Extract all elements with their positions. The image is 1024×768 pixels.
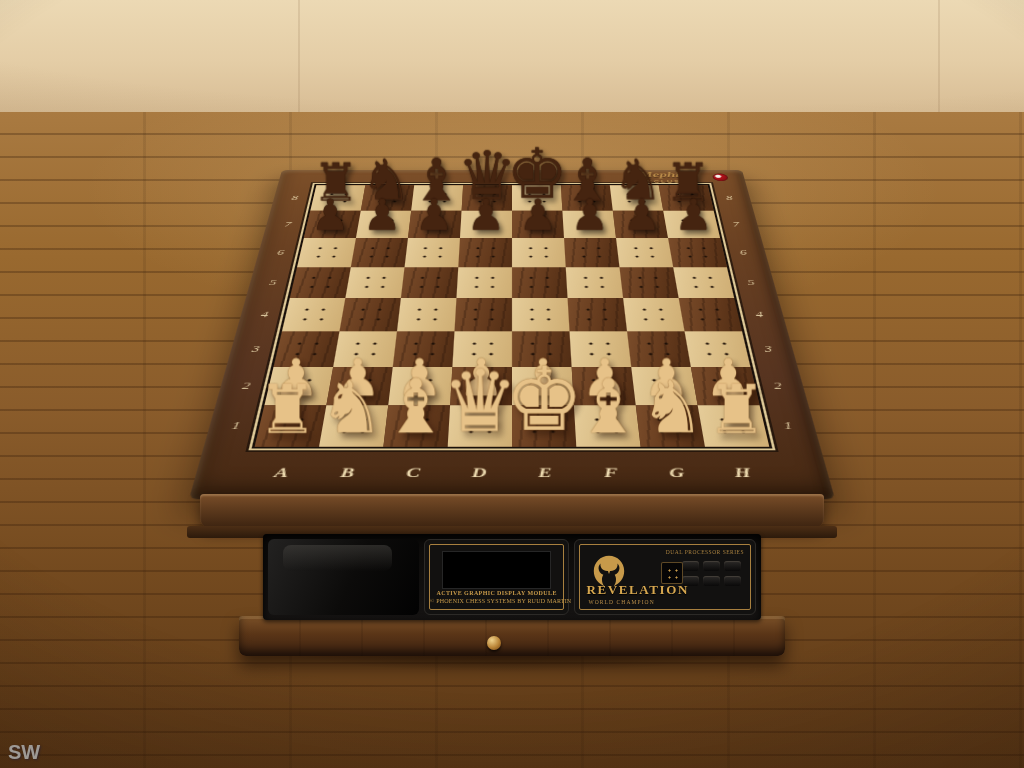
file-label-f: F (577, 454, 646, 492)
square-g6[interactable] (616, 238, 673, 267)
square-c4[interactable] (397, 298, 456, 331)
red-emblem-badge (712, 174, 729, 182)
piece-black-pawn-e7[interactable]: ♟ (519, 193, 558, 236)
square-a4[interactable] (282, 298, 345, 331)
piece-black-pawn-c7[interactable]: ♟ (415, 193, 454, 236)
square-d7[interactable]: ♟ (460, 211, 512, 238)
storage-compartment (268, 539, 419, 615)
console-button-3[interactable] (724, 561, 741, 571)
plaster-wall (0, 0, 1024, 112)
piece-white-king-e1[interactable]: ♚ (505, 356, 584, 444)
piece-white-knight-g1[interactable]: ♞ (640, 372, 705, 444)
rank-label-5: 5 (255, 267, 290, 298)
square-g4[interactable] (623, 298, 684, 331)
mini-led-display (661, 562, 683, 584)
square-g7[interactable]: ♟ (613, 211, 668, 238)
rank-label-6: 6 (727, 238, 761, 267)
square-e4[interactable] (512, 298, 570, 331)
console-button-2[interactable] (703, 561, 720, 571)
console-buttons (661, 560, 744, 586)
file-label-a: A (244, 454, 318, 492)
square-f6[interactable] (564, 238, 619, 267)
rank-label-4: 4 (246, 298, 283, 331)
file-label-b: B (311, 454, 382, 492)
square-a1[interactable]: ♜ (255, 405, 327, 446)
console-recess: ACTIVE GRAPHIC DISPLAY MODULE © PHOENIX … (263, 534, 761, 620)
revelation-subtitle: WORLD CHAMPION (588, 599, 654, 605)
rank-label-4: 4 (741, 298, 778, 331)
photographer-watermark: SW (8, 741, 40, 764)
square-f4[interactable] (568, 298, 627, 331)
square-h1[interactable]: ♜ (698, 405, 770, 446)
piece-black-pawn-h7[interactable]: ♟ (674, 193, 713, 236)
square-h6[interactable] (668, 238, 727, 267)
piece-white-rook-a1[interactable]: ♜ (257, 377, 317, 444)
square-f7[interactable]: ♟ (562, 211, 616, 238)
file-labels: ABCDEFGH (244, 454, 780, 492)
display-module-title: ACTIVE GRAPHIC DISPLAY MODULE (430, 590, 564, 596)
square-d6[interactable] (458, 238, 512, 267)
console-button-1[interactable] (682, 561, 699, 571)
square-f1[interactable]: ♝ (574, 405, 641, 446)
console-button-6[interactable] (724, 576, 741, 586)
file-label-h: H (706, 454, 780, 492)
piece-black-pawn-b7[interactable]: ♟ (363, 193, 402, 236)
lcd-screen (442, 551, 552, 589)
square-e1[interactable]: ♚ (512, 405, 576, 446)
file-label-d: D (445, 454, 512, 492)
display-module-plate: ACTIVE GRAPHIC DISPLAY MODULE © PHOENIX … (429, 544, 565, 610)
revelation-module: REVELATION WORLD CHAMPION DUAL PROCESSOR… (574, 539, 756, 615)
console-button-4[interactable] (682, 576, 699, 586)
square-b4[interactable] (339, 298, 400, 331)
piece-white-bishop-c1[interactable]: ♝ (382, 369, 449, 444)
rank-label-8: 8 (279, 185, 310, 211)
rank-label-1: 1 (767, 405, 809, 446)
rank-label-1: 1 (215, 405, 257, 446)
display-module: ACTIVE GRAPHIC DISPLAY MODULE © PHOENIX … (424, 539, 570, 615)
square-d5[interactable] (456, 267, 512, 298)
square-a6[interactable] (297, 238, 356, 267)
square-b7[interactable]: ♟ (356, 211, 411, 238)
square-b1[interactable]: ♞ (319, 405, 388, 446)
display-module-copyright: © PHOENIX CHESS SYSTEMS BY RUUD MARTIN (430, 598, 564, 604)
square-a7[interactable]: ♟ (304, 211, 361, 238)
board-frame: 87654321 87654321 ABCDEFGH Mephisto EXCL… (189, 170, 835, 499)
revelation-plate: REVELATION WORLD CHAMPION DUAL PROCESSOR… (579, 544, 751, 610)
drawer-front (239, 616, 785, 656)
square-b6[interactable] (351, 238, 408, 267)
square-c1[interactable]: ♝ (383, 405, 450, 446)
square-d4[interactable] (454, 298, 512, 331)
piece-white-rook-h1[interactable]: ♜ (707, 377, 767, 444)
square-h7[interactable]: ♟ (663, 211, 720, 238)
piece-white-knight-b1[interactable]: ♞ (319, 372, 384, 444)
file-label-g: G (641, 454, 712, 492)
square-a5[interactable] (290, 267, 351, 298)
board-front-edge (200, 494, 824, 528)
square-h4[interactable] (679, 298, 742, 331)
square-g1[interactable]: ♞ (636, 405, 705, 446)
square-c5[interactable] (401, 267, 458, 298)
square-e7[interactable]: ♟ (512, 211, 564, 238)
piece-white-bishop-f1[interactable]: ♝ (575, 369, 642, 444)
piece-black-pawn-g7[interactable]: ♟ (622, 193, 661, 236)
rank-label-8: 8 (714, 185, 745, 211)
rank-label-5: 5 (734, 267, 769, 298)
revelation-tagline: DUAL PROCESSOR SERIES (666, 549, 744, 555)
drawer-knob[interactable] (487, 636, 501, 650)
rank-label-3: 3 (749, 331, 787, 367)
square-e6[interactable] (512, 238, 566, 267)
square-g5[interactable] (619, 267, 678, 298)
chessboard: ♜♞♝♛♚♝♞♜♟♟♟♟♟♟♟♟♟♟♟♟♟♟♟♟♜♞♝♛♚♝♞♜ (255, 185, 770, 446)
square-d1[interactable]: ♛ (448, 405, 512, 446)
square-h5[interactable] (673, 267, 734, 298)
console-button-5[interactable] (703, 576, 720, 586)
piece-black-pawn-a7[interactable]: ♟ (311, 193, 350, 236)
rank-label-6: 6 (264, 238, 298, 267)
file-label-e: E (512, 454, 579, 492)
square-e5[interactable] (512, 267, 568, 298)
square-c6[interactable] (405, 238, 460, 267)
rank-label-3: 3 (236, 331, 274, 367)
rank-label-7: 7 (271, 211, 304, 238)
square-b5[interactable] (345, 267, 404, 298)
rank-label-7: 7 (720, 211, 753, 238)
square-c7[interactable]: ♟ (408, 211, 462, 238)
square-f5[interactable] (566, 267, 623, 298)
photo-scene: 87654321 87654321 ABCDEFGH Mephisto EXCL… (0, 0, 1024, 768)
piece-black-pawn-d7[interactable]: ♟ (467, 193, 506, 236)
piece-black-pawn-f7[interactable]: ♟ (570, 193, 609, 236)
file-label-c: C (378, 454, 447, 492)
